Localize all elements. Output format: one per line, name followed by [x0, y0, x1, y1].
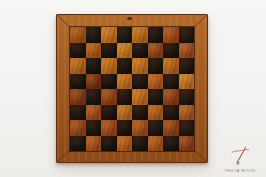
- square-f4: [148, 89, 164, 105]
- square-d6: [117, 58, 133, 74]
- square-h2: [179, 120, 195, 136]
- square-c6: [101, 58, 117, 74]
- square-d1: [117, 136, 133, 152]
- square-a3: [70, 105, 86, 121]
- square-b3: [86, 105, 102, 121]
- square-e1: [132, 136, 148, 152]
- square-e5: [132, 74, 148, 90]
- square-f8: [148, 27, 164, 43]
- square-a7: [70, 43, 86, 59]
- square-c5: [101, 74, 117, 90]
- square-d4: [117, 89, 133, 105]
- square-g8: [163, 27, 179, 43]
- square-g5: [163, 74, 179, 90]
- square-b6: [86, 58, 102, 74]
- square-b2: [86, 120, 102, 136]
- wood-knot: [127, 17, 132, 20]
- square-b5: [86, 74, 102, 90]
- square-b1: [86, 136, 102, 152]
- square-a4: [70, 89, 86, 105]
- square-g4: [163, 89, 179, 105]
- square-a1: [70, 136, 86, 152]
- square-a5: [70, 74, 86, 90]
- square-h3: [179, 105, 195, 121]
- frame-miter-bottom-left: [57, 149, 71, 162]
- square-h4: [179, 89, 195, 105]
- brand-watermark: THUYA WOOD: [218, 146, 262, 173]
- square-b4: [86, 89, 102, 105]
- square-e2: [132, 120, 148, 136]
- square-e7: [132, 43, 148, 59]
- square-g3: [163, 105, 179, 121]
- square-e8: [132, 27, 148, 43]
- thuya-monogram-icon: [229, 146, 251, 168]
- frame-miter-top-right: [193, 15, 207, 28]
- square-c8: [101, 27, 117, 43]
- square-e4: [132, 89, 148, 105]
- board-grid: [70, 27, 194, 151]
- square-h7: [179, 43, 195, 59]
- square-e3: [132, 105, 148, 121]
- frame-miter-top-left: [57, 15, 71, 28]
- square-c3: [101, 105, 117, 121]
- square-d2: [117, 120, 133, 136]
- square-g2: [163, 120, 179, 136]
- square-a2: [70, 120, 86, 136]
- square-h6: [179, 58, 195, 74]
- square-f3: [148, 105, 164, 121]
- square-c7: [101, 43, 117, 59]
- photo-stage: THUYA WOOD: [0, 0, 266, 177]
- square-d3: [117, 105, 133, 121]
- square-g6: [163, 58, 179, 74]
- square-a8: [70, 27, 86, 43]
- square-h1: [179, 136, 195, 152]
- square-c2: [101, 120, 117, 136]
- square-f6: [148, 58, 164, 74]
- square-f7: [148, 43, 164, 59]
- square-f5: [148, 74, 164, 90]
- square-f1: [148, 136, 164, 152]
- square-f2: [148, 120, 164, 136]
- square-a6: [70, 58, 86, 74]
- square-b8: [86, 27, 102, 43]
- square-e6: [132, 58, 148, 74]
- square-d5: [117, 74, 133, 90]
- square-h8: [179, 27, 195, 43]
- square-b7: [86, 43, 102, 59]
- frame-miter-bottom-right: [193, 149, 207, 162]
- square-d8: [117, 27, 133, 43]
- brand-text: THUYA WOOD: [218, 169, 262, 173]
- square-h5: [179, 74, 195, 90]
- square-g7: [163, 43, 179, 59]
- chessboard: [56, 14, 208, 163]
- square-g1: [163, 136, 179, 152]
- square-c1: [101, 136, 117, 152]
- square-c4: [101, 89, 117, 105]
- square-d7: [117, 43, 133, 59]
